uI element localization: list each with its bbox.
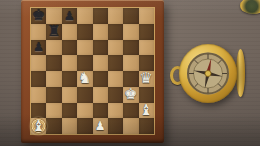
square-f4[interactable] [108,71,123,87]
square-g5[interactable] [123,55,138,71]
square-a7[interactable] [31,24,46,40]
square-f3[interactable] [108,87,123,103]
square-h1[interactable] [139,118,154,134]
square-c2[interactable] [62,103,77,119]
white-pawn[interactable]: ♟ [93,118,108,134]
square-f5[interactable] [108,55,123,71]
square-e8[interactable] [93,8,108,24]
square-b4[interactable] [46,71,61,87]
square-d4[interactable]: ♞ [77,71,92,87]
square-a4[interactable] [31,71,46,87]
square-f2[interactable] [108,103,123,119]
square-b5[interactable] [46,55,61,71]
square-a5[interactable] [31,55,46,71]
square-h2[interactable]: ♝ [139,103,154,119]
square-d3[interactable] [77,87,92,103]
white-queen[interactable]: ♛ [139,71,154,87]
square-a1[interactable]: ♝ [31,118,46,134]
square-b6[interactable] [46,40,61,56]
square-e2[interactable] [93,103,108,119]
square-d8[interactable] [77,8,92,24]
white-king[interactable]: ♚ [123,87,138,103]
square-h4[interactable]: ♛ [139,71,154,87]
black-pawn[interactable]: ♟ [31,40,46,56]
chess-board: ♚♟♜♟♞♛♚♝♝♟ [31,8,154,134]
square-b7[interactable]: ♜ [46,24,61,40]
square-c7[interactable] [62,24,77,40]
square-b2[interactable] [46,103,61,119]
square-c1[interactable] [62,118,77,134]
square-g1[interactable] [123,118,138,134]
square-h6[interactable] [139,40,154,56]
square-b3[interactable] [46,87,61,103]
square-a2[interactable] [31,103,46,119]
square-h7[interactable] [139,24,154,40]
compass [170,42,256,110]
square-g3[interactable]: ♚ [123,87,138,103]
square-c6[interactable] [62,40,77,56]
square-d6[interactable] [77,40,92,56]
white-bishop[interactable]: ♝ [31,118,46,134]
square-d1[interactable] [77,118,92,134]
square-b1[interactable] [46,118,61,134]
square-g2[interactable] [123,103,138,119]
square-c8[interactable]: ♟ [62,8,77,24]
square-c3[interactable] [62,87,77,103]
black-pawn[interactable]: ♟ [62,8,77,24]
square-f7[interactable] [108,24,123,40]
white-knight[interactable]: ♞ [77,71,92,87]
square-e3[interactable] [93,87,108,103]
square-h8[interactable] [139,8,154,24]
square-e7[interactable] [93,24,108,40]
square-a8[interactable]: ♚ [31,8,46,24]
compass-face-graphic [186,51,230,96]
compass-body [179,44,237,103]
square-g7[interactable] [123,24,138,40]
square-a3[interactable] [31,87,46,103]
black-king[interactable]: ♚ [31,8,46,24]
square-c5[interactable] [62,55,77,71]
square-f6[interactable] [108,40,123,56]
square-e5[interactable] [93,55,108,71]
square-e6[interactable] [93,40,108,56]
corner-ornament [240,0,260,14]
chess-board-frame: ♚♟♜♟♞♛♚♝♝♟ [21,0,164,143]
square-g6[interactable] [123,40,138,56]
square-e1[interactable]: ♟ [93,118,108,134]
square-g8[interactable] [123,8,138,24]
square-f1[interactable] [108,118,123,134]
square-a6[interactable]: ♟ [31,40,46,56]
square-e4[interactable] [93,71,108,87]
compass-face [186,51,230,96]
square-d7[interactable] [77,24,92,40]
compass-lid [236,49,245,97]
square-d2[interactable] [77,103,92,119]
white-bishop[interactable]: ♝ [139,103,154,119]
black-rook[interactable]: ♜ [46,24,61,40]
table-surface: ♚♟♜♟♞♛♚♝♝♟ [0,0,260,146]
square-c4[interactable] [62,71,77,87]
square-f8[interactable] [108,8,123,24]
